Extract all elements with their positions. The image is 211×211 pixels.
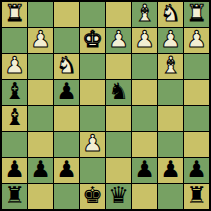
white-knight: ♞ bbox=[160, 2, 181, 25]
square-g6[interactable] bbox=[28, 132, 53, 157]
square-f7[interactable]: ♟ bbox=[54, 158, 79, 183]
square-e6[interactable]: ♟ bbox=[80, 132, 105, 157]
white-pawn: ♟ bbox=[30, 28, 51, 51]
black-rook: ♜ bbox=[186, 184, 207, 207]
square-b2[interactable]: ♟ bbox=[158, 28, 183, 53]
square-f5[interactable] bbox=[54, 106, 79, 131]
square-h1[interactable]: ♜ bbox=[2, 2, 27, 27]
square-c3[interactable] bbox=[132, 54, 157, 79]
square-a2[interactable]: ♟ bbox=[184, 28, 209, 53]
white-knight: ♞ bbox=[56, 54, 77, 77]
square-d3[interactable] bbox=[106, 54, 131, 79]
square-g5[interactable] bbox=[28, 106, 53, 131]
square-b1[interactable]: ♞ bbox=[158, 2, 183, 27]
square-g7[interactable]: ♟ bbox=[28, 158, 53, 183]
square-c1[interactable]: ♝ bbox=[132, 2, 157, 27]
square-a8[interactable]: ♜ bbox=[184, 184, 209, 209]
square-b3[interactable]: ♝ bbox=[158, 54, 183, 79]
square-d1[interactable] bbox=[106, 2, 131, 27]
square-e8[interactable]: ♚ bbox=[80, 184, 105, 209]
square-a6[interactable] bbox=[184, 132, 209, 157]
square-d7[interactable] bbox=[106, 158, 131, 183]
square-e7[interactable] bbox=[80, 158, 105, 183]
square-e2[interactable]: ♚ bbox=[80, 28, 105, 53]
square-a3[interactable] bbox=[184, 54, 209, 79]
square-g1[interactable] bbox=[28, 2, 53, 27]
square-d4[interactable]: ♞ bbox=[106, 80, 131, 105]
square-c8[interactable] bbox=[132, 184, 157, 209]
square-c6[interactable] bbox=[132, 132, 157, 157]
square-d5[interactable] bbox=[106, 106, 131, 131]
black-bishop: ♝ bbox=[4, 80, 25, 103]
square-f6[interactable] bbox=[54, 132, 79, 157]
black-rook: ♜ bbox=[4, 184, 25, 207]
square-e1[interactable] bbox=[80, 2, 105, 27]
white-pawn: ♟ bbox=[186, 28, 207, 51]
black-pawn: ♟ bbox=[30, 158, 51, 181]
square-g4[interactable] bbox=[28, 80, 53, 105]
chess-board: ♜♝♞♜♟♚♟♟♟♟♟♞♝♝♟♞♝♟♟♟♟♟♟♟♜♚♛♜ bbox=[0, 0, 211, 211]
square-d6[interactable] bbox=[106, 132, 131, 157]
square-h8[interactable]: ♜ bbox=[2, 184, 27, 209]
square-f2[interactable] bbox=[54, 28, 79, 53]
black-pawn: ♟ bbox=[186, 158, 207, 181]
white-bishop: ♝ bbox=[160, 54, 181, 77]
black-king: ♚ bbox=[82, 184, 103, 207]
square-f3[interactable]: ♞ bbox=[54, 54, 79, 79]
square-h5[interactable]: ♝ bbox=[2, 106, 27, 131]
white-pawn: ♟ bbox=[134, 28, 155, 51]
black-queen: ♛ bbox=[108, 184, 129, 207]
square-a4[interactable] bbox=[184, 80, 209, 105]
square-a1[interactable]: ♜ bbox=[184, 2, 209, 27]
square-h2[interactable] bbox=[2, 28, 27, 53]
square-b4[interactable] bbox=[158, 80, 183, 105]
square-g8[interactable] bbox=[28, 184, 53, 209]
black-pawn: ♟ bbox=[4, 158, 25, 181]
square-h4[interactable]: ♝ bbox=[2, 80, 27, 105]
black-bishop: ♝ bbox=[4, 106, 25, 129]
square-f1[interactable] bbox=[54, 2, 79, 27]
white-pawn: ♟ bbox=[4, 54, 25, 77]
black-pawn: ♟ bbox=[134, 158, 155, 181]
square-a5[interactable] bbox=[184, 106, 209, 131]
square-c4[interactable] bbox=[132, 80, 157, 105]
square-c5[interactable] bbox=[132, 106, 157, 131]
square-e4[interactable] bbox=[80, 80, 105, 105]
black-knight: ♞ bbox=[108, 80, 129, 103]
white-bishop: ♝ bbox=[134, 2, 155, 25]
square-c7[interactable]: ♟ bbox=[132, 158, 157, 183]
square-b8[interactable] bbox=[158, 184, 183, 209]
square-b7[interactable]: ♟ bbox=[158, 158, 183, 183]
white-pawn: ♟ bbox=[82, 132, 103, 155]
square-h3[interactable]: ♟ bbox=[2, 54, 27, 79]
square-f4[interactable]: ♟ bbox=[54, 80, 79, 105]
white-rook: ♜ bbox=[4, 2, 25, 25]
square-a7[interactable]: ♟ bbox=[184, 158, 209, 183]
white-pawn: ♟ bbox=[108, 28, 129, 51]
square-h7[interactable]: ♟ bbox=[2, 158, 27, 183]
square-d8[interactable]: ♛ bbox=[106, 184, 131, 209]
white-rook: ♜ bbox=[186, 2, 207, 25]
black-pawn: ♟ bbox=[56, 158, 77, 181]
square-e5[interactable] bbox=[80, 106, 105, 131]
square-h6[interactable] bbox=[2, 132, 27, 157]
square-c2[interactable]: ♟ bbox=[132, 28, 157, 53]
square-g3[interactable] bbox=[28, 54, 53, 79]
white-king: ♚ bbox=[82, 28, 103, 51]
square-g2[interactable]: ♟ bbox=[28, 28, 53, 53]
square-f8[interactable] bbox=[54, 184, 79, 209]
white-pawn: ♟ bbox=[160, 28, 181, 51]
square-b6[interactable] bbox=[158, 132, 183, 157]
square-e3[interactable] bbox=[80, 54, 105, 79]
black-pawn: ♟ bbox=[160, 158, 181, 181]
black-pawn: ♟ bbox=[56, 80, 77, 103]
square-b5[interactable] bbox=[158, 106, 183, 131]
square-d2[interactable]: ♟ bbox=[106, 28, 131, 53]
